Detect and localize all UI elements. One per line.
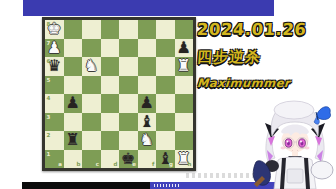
square-f4[interactable]: ♟ — [138, 94, 157, 113]
piece-black-pawn[interactable]: ♟ — [177, 39, 191, 58]
status-bar-text-marks — [154, 184, 180, 187]
square-f7[interactable] — [138, 39, 157, 58]
square-d8[interactable] — [101, 20, 120, 39]
square-h7[interactable]: ♟ — [175, 39, 194, 58]
square-c6[interactable]: ♞ — [82, 57, 101, 76]
square-h6[interactable]: ♜ — [175, 57, 194, 76]
square-e6[interactable] — [119, 57, 138, 76]
piece-black-pawn[interactable]: ♟ — [66, 94, 80, 113]
square-e4[interactable] — [119, 94, 138, 113]
file-label-b: b — [77, 161, 81, 167]
square-b7[interactable] — [64, 39, 83, 58]
square-c8[interactable] — [82, 20, 101, 39]
square-b5[interactable] — [64, 76, 83, 95]
square-e8[interactable] — [119, 20, 138, 39]
piece-white-pawn[interactable]: ♟ — [47, 39, 61, 58]
piece-white-king[interactable]: ♚ — [47, 20, 61, 39]
square-b3[interactable] — [64, 113, 83, 132]
square-b8[interactable] — [64, 20, 83, 39]
rank-label-4: 4 — [47, 95, 51, 101]
file-label-f: f — [152, 161, 154, 167]
square-d3[interactable] — [101, 113, 120, 132]
square-b1[interactable]: b — [64, 150, 83, 169]
file-label-d: d — [114, 161, 118, 167]
square-e1[interactable]: e♚ — [119, 150, 138, 169]
beret — [274, 101, 314, 119]
square-c5[interactable] — [82, 76, 101, 95]
butterfly-icon — [314, 107, 331, 124]
rank-label-1: 1 — [47, 151, 51, 157]
window-title-bar — [23, 0, 274, 16]
square-a7[interactable]: 7♟ — [45, 39, 64, 58]
square-d6[interactable] — [101, 57, 120, 76]
overlay-channel-name: Maximummer — [197, 76, 303, 90]
square-f1[interactable]: f — [138, 150, 157, 169]
piece-black-queen[interactable]: ♛ — [47, 57, 61, 76]
square-g4[interactable] — [156, 94, 175, 113]
square-a2[interactable]: 2 — [45, 131, 64, 150]
square-e2[interactable] — [119, 131, 138, 150]
square-a1[interactable]: 1a — [45, 150, 64, 169]
rank-label-2: 2 — [47, 132, 51, 138]
video-frame: 8♚7♟♟6♛♞♜54♟♟3♝2♜♞1abcde♚fg♝h♜ 2024.01.2… — [0, 0, 336, 189]
bottom-black-bar — [22, 182, 150, 189]
square-a6[interactable]: 6♛ — [45, 57, 64, 76]
square-g8[interactable] — [156, 20, 175, 39]
square-a3[interactable]: 3 — [45, 113, 64, 132]
chess-board: 8♚7♟♟6♛♞♜54♟♟3♝2♜♞1abcde♚fg♝h♜ — [42, 17, 196, 171]
piece-black-bishop[interactable]: ♝ — [158, 150, 172, 169]
square-d4[interactable] — [101, 94, 120, 113]
piece-black-king[interactable]: ♚ — [121, 150, 135, 169]
square-f6[interactable] — [138, 57, 157, 76]
overlay-date: 2024.01.26 — [196, 20, 302, 39]
blush-left — [281, 147, 286, 150]
square-c2[interactable] — [82, 131, 101, 150]
square-c7[interactable] — [82, 39, 101, 58]
square-h4[interactable] — [175, 94, 194, 113]
square-d5[interactable] — [101, 76, 120, 95]
square-h1[interactable]: h♜ — [175, 150, 194, 169]
square-f2[interactable]: ♞ — [138, 131, 157, 150]
square-g1[interactable]: g♝ — [156, 150, 175, 169]
rank-label-5: 5 — [47, 77, 51, 83]
piece-black-rook[interactable]: ♜ — [66, 131, 80, 150]
square-f8[interactable] — [138, 20, 157, 39]
square-c3[interactable] — [82, 113, 101, 132]
square-d1[interactable]: d — [101, 150, 120, 169]
square-h2[interactable] — [175, 131, 194, 150]
square-e5[interactable] — [119, 76, 138, 95]
file-label-a: a — [58, 161, 62, 167]
piece-black-pawn[interactable]: ♟ — [140, 94, 154, 113]
square-g7[interactable] — [156, 39, 175, 58]
square-g2[interactable] — [156, 131, 175, 150]
piece-white-knight[interactable]: ♞ — [84, 57, 98, 76]
overlay-text-block: 2024.01.26 四步逆杀 Maximummer — [197, 20, 302, 90]
square-h3[interactable] — [175, 113, 194, 132]
square-c1[interactable]: c — [82, 150, 101, 169]
square-g3[interactable] — [156, 113, 175, 132]
overlay-caption: 四步逆杀 — [196, 48, 302, 67]
blush-right — [305, 147, 310, 150]
piece-white-rook[interactable]: ♜ — [177, 57, 191, 76]
piece-black-bishop[interactable]: ♝ — [140, 113, 154, 132]
square-a4[interactable]: 4 — [45, 94, 64, 113]
chess-board-grid: 8♚7♟♟6♛♞♜54♟♟3♝2♜♞1abcde♚fg♝h♜ — [45, 20, 193, 168]
piece-white-knight[interactable]: ♞ — [140, 131, 154, 150]
rank-label-3: 3 — [47, 114, 51, 120]
square-b6[interactable] — [64, 57, 83, 76]
square-b2[interactable]: ♜ — [64, 131, 83, 150]
square-d7[interactable] — [101, 39, 120, 58]
file-label-c: c — [96, 161, 99, 167]
square-h8[interactable] — [175, 20, 194, 39]
square-f5[interactable] — [138, 76, 157, 95]
square-b4[interactable]: ♟ — [64, 94, 83, 113]
square-a5[interactable]: 5 — [45, 76, 64, 95]
square-g5[interactable] — [156, 76, 175, 95]
square-g6[interactable] — [156, 57, 175, 76]
square-h5[interactable] — [175, 76, 194, 95]
vtuber-avatar — [252, 96, 336, 189]
square-d2[interactable] — [101, 131, 120, 150]
square-e3[interactable] — [119, 113, 138, 132]
piece-white-rook[interactable]: ♜ — [177, 150, 191, 169]
square-a8[interactable]: 8♚ — [45, 20, 64, 39]
square-f3[interactable]: ♝ — [138, 113, 157, 132]
square-c4[interactable] — [82, 94, 101, 113]
square-e7[interactable] — [119, 39, 138, 58]
